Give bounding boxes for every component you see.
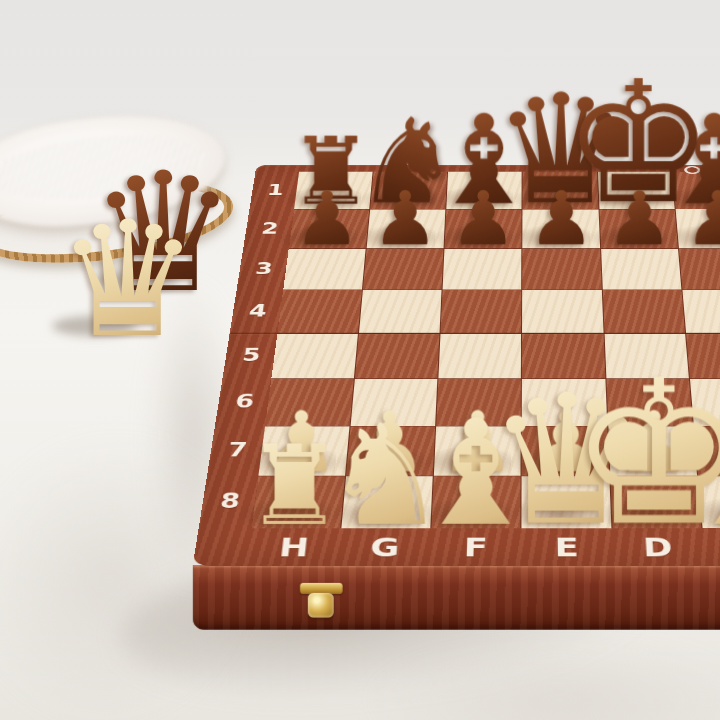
square-d8[interactable]: ♚	[610, 476, 701, 528]
square-g4[interactable]	[359, 290, 442, 333]
chess-board-wrap: ♜♞♝♛♚♝♞♜♟♟♟♟♟♟♟♟♟♟♟♟♟♟♟♟♜♞♝♛♚♝♞♜ 1234567…	[193, 165, 720, 566]
square-g5[interactable]	[355, 333, 440, 378]
rank-label-5: 5	[227, 345, 276, 365]
rank-label-4: 4	[234, 301, 282, 320]
board-grid: ♜♞♝♛♚♝♞♜♟♟♟♟♟♟♟♟♟♟♟♟♟♟♟♟♜♞♝♛♚♝♞♜	[251, 172, 720, 528]
square-e4[interactable]	[522, 290, 603, 333]
chess-board[interactable]: ♜♞♝♛♚♝♞♜♟♟♟♟♟♟♟♟♟♟♟♟♟♟♟♟♜♞♝♛♚♝♞♜ 1234567…	[193, 165, 720, 566]
scene-photo: { "game": "chess", "scene": { "descripti…	[0, 0, 720, 720]
piece-dark-pawn-c2[interactable]: ♟	[642, 181, 720, 255]
spare-light-queen[interactable]: ♛	[53, 200, 203, 360]
rank-label-3: 3	[240, 260, 287, 278]
square-d4[interactable]	[602, 290, 684, 333]
square-f4[interactable]	[441, 290, 522, 333]
board-front-edge	[193, 565, 720, 630]
square-h5[interactable]	[271, 333, 358, 378]
square-c2[interactable]: ♟	[675, 210, 720, 249]
square-c4[interactable]	[682, 290, 720, 333]
brass-clasp-catch[interactable]	[308, 593, 334, 618]
piece-light-king-d8[interactable]: ♚	[569, 353, 720, 553]
square-h4[interactable]	[277, 290, 362, 333]
